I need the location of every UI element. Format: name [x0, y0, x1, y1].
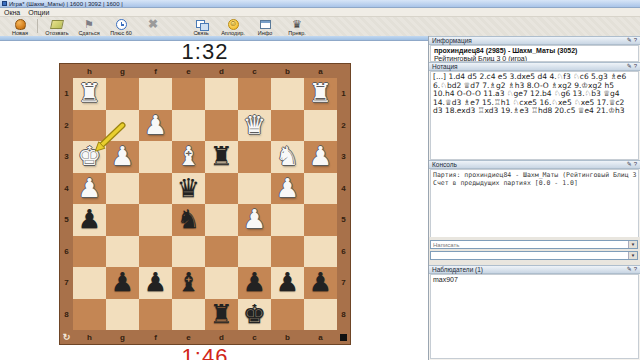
square-e1[interactable] — [172, 78, 205, 110]
square-f5[interactable] — [139, 204, 172, 236]
square-g3[interactable]: ♟ — [106, 141, 139, 173]
file-label-h: h — [73, 330, 106, 344]
square-d3[interactable]: ♜ — [205, 141, 238, 173]
info-window-icon — [260, 20, 271, 29]
square-c3[interactable] — [238, 141, 271, 173]
file-label-d: d — [205, 330, 238, 344]
frame-corner — [337, 64, 350, 78]
square-c4[interactable] — [238, 173, 271, 205]
square-a3[interactable]: ♟ — [304, 141, 337, 173]
square-c8[interactable]: ♚ — [238, 299, 271, 331]
applaud-smiley-icon: ☺ — [228, 19, 239, 30]
piece-wB-e3[interactable]: ♝ — [177, 141, 200, 172]
file-label-d: d — [205, 64, 238, 78]
window-title: Игра* (Шахм_Маты) | 1600 | 3092 | 1600 | — [9, 1, 123, 7]
rank-label-7: 7 — [60, 267, 73, 299]
piece-bP-h5[interactable]: ♟ — [78, 204, 101, 235]
panel-edit-icon[interactable]: ✎ — [627, 37, 632, 44]
rank-label-6: 6 — [337, 236, 350, 268]
panel-help-icon[interactable]: ? — [634, 266, 637, 273]
square-b3[interactable]: ♞ — [271, 141, 304, 173]
rank-label-2: 2 — [60, 110, 73, 142]
square-d4[interactable] — [205, 173, 238, 205]
square-b8[interactable] — [271, 299, 304, 331]
new-game-icon — [15, 19, 26, 30]
info-button[interactable]: Инфо — [249, 18, 281, 36]
undo-move-icon — [50, 20, 64, 29]
console-line: Счет в предыдущих партиях [0.0 - 1.0] — [433, 179, 636, 187]
square-b2[interactable] — [271, 110, 304, 142]
piece-bK-c8[interactable]: ♚ — [243, 299, 266, 330]
piece-wR-a1[interactable]: ♜ — [309, 78, 332, 109]
panel-edit-icon[interactable]: ✎ — [627, 161, 632, 168]
right-panel: Информация ✎ ? прохиндиец84 (2985) - Шах… — [428, 36, 640, 360]
square-d7[interactable] — [205, 267, 238, 299]
rank-label-8: 8 — [337, 299, 350, 331]
file-label-g: g — [106, 64, 139, 78]
undo-move-button[interactable]: Отозвать — [41, 18, 73, 36]
white-clock: 1:32 — [60, 39, 350, 65]
file-label-h: h — [73, 64, 106, 78]
piece-wR-h1[interactable]: ♜ — [78, 78, 101, 109]
square-c7[interactable]: ♟ — [238, 267, 271, 299]
square-h7[interactable] — [73, 267, 106, 299]
file-label-b: b — [271, 330, 304, 344]
square-h2[interactable] — [73, 110, 106, 142]
window-icon — [2, 1, 7, 6]
flip-board-icon[interactable]: ↻ — [63, 332, 71, 342]
square-a6[interactable] — [304, 236, 337, 268]
piece-wP-h4[interactable]: ♟ — [78, 173, 101, 204]
piece-bQ-e4[interactable]: ♛ — [177, 173, 200, 204]
rank-label-1: 1 — [60, 78, 73, 110]
square-b5[interactable] — [271, 204, 304, 236]
square-d5[interactable] — [205, 204, 238, 236]
square-b4[interactable]: ♟ — [271, 173, 304, 205]
flip-board-corner: ↻ — [60, 330, 73, 344]
square-c5[interactable]: ♟ — [238, 204, 271, 236]
piece-bP-c7[interactable]: ♟ — [243, 267, 266, 298]
square-g4[interactable] — [106, 173, 139, 205]
square-a7[interactable]: ♟ — [304, 267, 337, 299]
toolbar-separator — [37, 19, 38, 33]
chat-input[interactable]: Написать ▼ — [430, 240, 638, 249]
square-f3[interactable] — [139, 141, 172, 173]
turn-indicator-corner — [337, 330, 350, 344]
square-g6[interactable] — [106, 236, 139, 268]
square-e4[interactable]: ♛ — [172, 173, 205, 205]
piece-wP-a3[interactable]: ♟ — [309, 141, 332, 172]
piece-bP-a7[interactable]: ♟ — [309, 267, 332, 298]
square-c1[interactable] — [238, 78, 271, 110]
square-e2[interactable] — [172, 110, 205, 142]
piece-bR-d8[interactable]: ♜ — [210, 299, 233, 330]
black-clock: 1:46 — [60, 344, 350, 360]
square-f6[interactable] — [139, 236, 172, 268]
square-a8[interactable] — [304, 299, 337, 331]
square-h3[interactable]: ♚ — [73, 141, 106, 173]
menu-bar: Окна Опции — [0, 8, 640, 17]
frame-corner — [60, 64, 73, 78]
panel-help-icon[interactable]: ? — [634, 37, 637, 44]
square-e8[interactable] — [172, 299, 205, 331]
console-panel-header: Консоль ✎ ? — [429, 160, 640, 169]
square-d6[interactable] — [205, 236, 238, 268]
square-h4[interactable]: ♟ — [73, 173, 106, 205]
square-f7[interactable]: ♟ — [139, 267, 172, 299]
square-g7[interactable]: ♟ — [106, 267, 139, 299]
info-panel-header: Информация ✎ ? — [429, 36, 640, 45]
panel-help-icon[interactable]: ? — [634, 63, 637, 70]
square-c2[interactable]: ♛ — [238, 110, 271, 142]
file-label-c: c — [238, 64, 271, 78]
rank-label-7: 7 — [337, 267, 350, 299]
chevron-down-icon[interactable]: ▼ — [628, 252, 637, 259]
abort-button[interactable]: ✖ — [137, 18, 169, 30]
menu-opcii[interactable]: Опции — [28, 9, 49, 16]
rank-label-4: 4 — [337, 173, 350, 205]
file-label-b: b — [271, 64, 304, 78]
players-line: прохиндиец84 (2985) - Шахм_Маты (3052) — [434, 47, 635, 54]
piece-bP-g7[interactable]: ♟ — [111, 267, 134, 298]
square-a2[interactable] — [304, 110, 337, 142]
square-d2[interactable] — [205, 110, 238, 142]
panel-edit-icon[interactable]: ✎ — [627, 266, 632, 273]
move-list: [...] 1.d4 d5 2.c4 e5 3.dxe5 d4 4.♘f3 ♘c… — [433, 73, 636, 116]
info-panel: прохиндиец84 (2985) - Шахм_Маты (3052) Р… — [430, 45, 639, 62]
square-f4[interactable] — [139, 173, 172, 205]
menu-okna[interactable]: Окна — [4, 9, 20, 16]
side-to-move-indicator — [340, 334, 347, 341]
piece-wQ-c2[interactable]: ♛ — [243, 110, 266, 141]
rank-label-8: 8 — [60, 299, 73, 331]
piece-bR-d3[interactable]: ♜ — [210, 141, 233, 172]
observers-list: max907 — [430, 274, 639, 359]
resign-button[interactable]: ⚑ Сдаться — [73, 18, 105, 36]
plus60-button[interactable]: Плюс 60 — [105, 18, 137, 36]
piece-wP-g3[interactable]: ♟ — [111, 141, 134, 172]
square-h5[interactable]: ♟ — [73, 204, 106, 236]
chat-controls: Написать ▼ ▼ — [429, 237, 640, 265]
file-label-e: e — [172, 64, 205, 78]
observer-item[interactable]: max907 — [433, 276, 636, 283]
panel-help-icon[interactable]: ? — [634, 161, 637, 168]
resign-flag-icon: ⚑ — [84, 19, 94, 30]
square-b6[interactable] — [271, 236, 304, 268]
rank-label-5: 5 — [337, 204, 350, 236]
square-e7[interactable]: ♝ — [172, 267, 205, 299]
promote-crown-icon: ♛ — [292, 19, 302, 30]
square-d8[interactable]: ♜ — [205, 299, 238, 331]
square-e6[interactable] — [172, 236, 205, 268]
square-a1[interactable]: ♜ — [304, 78, 337, 110]
file-label-g: g — [106, 330, 139, 344]
chat-windows-icon — [196, 20, 207, 29]
chat-button[interactable]: Связь — [185, 18, 217, 36]
square-b7[interactable]: ♟ — [271, 267, 304, 299]
panel-edit-icon[interactable]: ✎ — [627, 63, 632, 70]
piece-wP-f2[interactable]: ♟ — [144, 110, 167, 141]
square-g1[interactable] — [106, 78, 139, 110]
rank-label-6: 6 — [60, 236, 73, 268]
new-game-button[interactable]: Новая — [4, 18, 36, 36]
square-b1[interactable] — [271, 78, 304, 110]
square-c6[interactable] — [238, 236, 271, 268]
square-g5[interactable] — [106, 204, 139, 236]
square-h6[interactable] — [73, 236, 106, 268]
file-label-a: a — [304, 330, 337, 344]
console-panel: Партия: прохиндиец84 - Шахм_Маты (Рейтин… — [430, 169, 639, 240]
square-f1[interactable] — [139, 78, 172, 110]
chevron-down-icon[interactable]: ▼ — [628, 241, 637, 248]
square-e3[interactable]: ♝ — [172, 141, 205, 173]
piece-bP-b7[interactable]: ♟ — [276, 267, 299, 298]
square-f8[interactable] — [139, 299, 172, 331]
board-grid: hgfedcba1♜♜12♟♛23♚♟♝♜♞♟34♟♛♟45♟♞♟5667♟♟♝… — [60, 64, 350, 344]
piece-wP-c5[interactable]: ♟ — [243, 204, 266, 235]
notation-panel-header: Нотация ✎ ? — [429, 62, 640, 71]
window-titlebar: Игра* (Шахм_Маты) | 1600 | 3092 | 1600 | — [0, 0, 640, 8]
event-line: Рейтинговый Блиц 3 0 (игра) — [434, 55, 635, 62]
rank-label-2: 2 — [337, 110, 350, 142]
rank-label-3: 3 — [60, 141, 73, 173]
square-e5[interactable]: ♞ — [172, 204, 205, 236]
applaud-button[interactable]: ☺ Аплодир. — [217, 18, 249, 36]
rank-label-1: 1 — [337, 78, 350, 110]
square-a4[interactable] — [304, 173, 337, 205]
rank-label-4: 4 — [60, 173, 73, 205]
console-line: Партия: прохиндиец84 - Шахм_Маты (Рейтин… — [433, 171, 636, 179]
square-g2[interactable] — [106, 110, 139, 142]
toolbar: Новая Отозвать ⚑ Сдаться Плюс 60 ✖ Связь… — [0, 17, 640, 36]
square-d1[interactable] — [205, 78, 238, 110]
square-a5[interactable] — [304, 204, 337, 236]
rank-label-5: 5 — [60, 204, 73, 236]
square-h8[interactable] — [73, 299, 106, 331]
file-label-f: f — [139, 64, 172, 78]
chess-board: hgfedcba1♜♜12♟♛23♚♟♝♜♞♟34♟♛♟45♟♞♟5667♟♟♝… — [60, 64, 350, 344]
piece-bP-f7[interactable]: ♟ — [144, 267, 167, 298]
quick-phrase-select[interactable]: ▼ — [430, 251, 638, 260]
promote-button[interactable]: ♛ Превр. — [281, 18, 313, 36]
piece-bB-e7[interactable]: ♝ — [177, 267, 200, 298]
notation-panel: [...] 1.d4 d5 2.c4 e5 3.dxe5 d4 4.♘f3 ♘c… — [430, 71, 639, 160]
observers-panel-header: Наблюдатели (1) ✎ ? — [429, 265, 640, 274]
piece-bN-e5[interactable]: ♞ — [177, 204, 200, 235]
piece-wK-h3[interactable]: ♚ — [78, 141, 101, 172]
file-label-e: e — [172, 330, 205, 344]
file-label-c: c — [238, 330, 271, 344]
square-f2[interactable]: ♟ — [139, 110, 172, 142]
abort-x-icon: ✖ — [148, 18, 158, 30]
rank-label-3: 3 — [337, 141, 350, 173]
plus60-clock-icon — [116, 19, 127, 30]
file-label-a: a — [304, 64, 337, 78]
piece-wP-b4[interactable]: ♟ — [276, 173, 299, 204]
square-h1[interactable]: ♜ — [73, 78, 106, 110]
piece-wN-b3[interactable]: ♞ — [276, 141, 299, 172]
square-g8[interactable] — [106, 299, 139, 331]
file-label-f: f — [139, 330, 172, 344]
